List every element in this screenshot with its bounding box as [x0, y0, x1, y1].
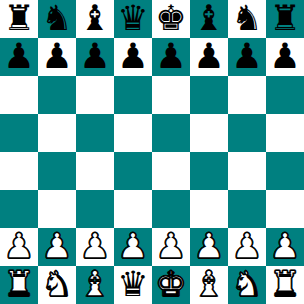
piece-black-pawn[interactable]: ♟: [269, 38, 300, 75]
square-g1[interactable]: ♞: [228, 266, 266, 304]
piece-white-knight[interactable]: ♞: [231, 266, 262, 303]
square-g2[interactable]: ♟: [228, 228, 266, 266]
square-c5[interactable]: [76, 114, 114, 152]
square-c7[interactable]: ♟: [76, 38, 114, 76]
square-e1[interactable]: ♚: [152, 266, 190, 304]
square-d6[interactable]: [114, 76, 152, 114]
square-b6[interactable]: [38, 76, 76, 114]
piece-black-rook[interactable]: ♜: [3, 0, 34, 37]
square-d2[interactable]: ♟: [114, 228, 152, 266]
piece-white-pawn[interactable]: ♟: [155, 228, 186, 265]
square-f6[interactable]: [190, 76, 228, 114]
square-b4[interactable]: [38, 152, 76, 190]
piece-white-pawn[interactable]: ♟: [231, 228, 262, 265]
square-c3[interactable]: [76, 190, 114, 228]
piece-white-pawn[interactable]: ♟: [41, 228, 72, 265]
square-b8[interactable]: ♞: [38, 0, 76, 38]
square-d8[interactable]: ♛: [114, 0, 152, 38]
square-f2[interactable]: ♟: [190, 228, 228, 266]
square-c1[interactable]: ♝: [76, 266, 114, 304]
square-g5[interactable]: [228, 114, 266, 152]
square-b2[interactable]: ♟: [38, 228, 76, 266]
square-g8[interactable]: ♞: [228, 0, 266, 38]
square-h3[interactable]: [266, 190, 304, 228]
square-b1[interactable]: ♞: [38, 266, 76, 304]
square-c2[interactable]: ♟: [76, 228, 114, 266]
piece-black-pawn[interactable]: ♟: [193, 38, 224, 75]
piece-black-pawn[interactable]: ♟: [79, 38, 110, 75]
piece-white-rook[interactable]: ♜: [269, 266, 300, 303]
square-f4[interactable]: [190, 152, 228, 190]
piece-black-queen[interactable]: ♛: [117, 0, 148, 37]
square-b7[interactable]: ♟: [38, 38, 76, 76]
piece-white-bishop[interactable]: ♝: [79, 266, 110, 303]
square-d1[interactable]: ♛: [114, 266, 152, 304]
piece-white-king[interactable]: ♚: [155, 266, 186, 303]
square-a8[interactable]: ♜: [0, 0, 38, 38]
piece-black-king[interactable]: ♚: [155, 0, 186, 37]
piece-white-pawn[interactable]: ♟: [193, 228, 224, 265]
piece-black-rook[interactable]: ♜: [269, 0, 300, 37]
square-d3[interactable]: [114, 190, 152, 228]
square-h8[interactable]: ♜: [266, 0, 304, 38]
piece-white-bishop[interactable]: ♝: [193, 266, 224, 303]
square-h6[interactable]: [266, 76, 304, 114]
square-e6[interactable]: [152, 76, 190, 114]
piece-white-pawn[interactable]: ♟: [3, 228, 34, 265]
piece-black-pawn[interactable]: ♟: [117, 38, 148, 75]
piece-black-knight[interactable]: ♞: [41, 0, 72, 37]
piece-white-pawn[interactable]: ♟: [79, 228, 110, 265]
square-e4[interactable]: [152, 152, 190, 190]
square-d7[interactable]: ♟: [114, 38, 152, 76]
piece-white-rook[interactable]: ♜: [3, 266, 34, 303]
square-a6[interactable]: [0, 76, 38, 114]
piece-white-pawn[interactable]: ♟: [117, 228, 148, 265]
square-h7[interactable]: ♟: [266, 38, 304, 76]
piece-black-knight[interactable]: ♞: [231, 0, 262, 37]
square-f8[interactable]: ♝: [190, 0, 228, 38]
square-a4[interactable]: [0, 152, 38, 190]
square-e2[interactable]: ♟: [152, 228, 190, 266]
square-b5[interactable]: [38, 114, 76, 152]
square-h4[interactable]: [266, 152, 304, 190]
square-e7[interactable]: ♟: [152, 38, 190, 76]
square-f3[interactable]: [190, 190, 228, 228]
piece-black-pawn[interactable]: ♟: [3, 38, 34, 75]
square-h1[interactable]: ♜: [266, 266, 304, 304]
piece-black-pawn[interactable]: ♟: [41, 38, 72, 75]
piece-white-knight[interactable]: ♞: [41, 266, 72, 303]
square-c8[interactable]: ♝: [76, 0, 114, 38]
square-f1[interactable]: ♝: [190, 266, 228, 304]
chess-board: ♜♞♝♛♚♝♞♜♟♟♟♟♟♟♟♟♟♟♟♟♟♟♟♟♜♞♝♛♚♝♞♜: [0, 0, 304, 304]
piece-black-queen[interactable]: ♛: [117, 266, 148, 303]
square-e8[interactable]: ♚: [152, 0, 190, 38]
square-a7[interactable]: ♟: [0, 38, 38, 76]
square-a1[interactable]: ♜: [0, 266, 38, 304]
square-a2[interactable]: ♟: [0, 228, 38, 266]
piece-black-pawn[interactable]: ♟: [155, 38, 186, 75]
square-f5[interactable]: [190, 114, 228, 152]
square-a3[interactable]: [0, 190, 38, 228]
square-b3[interactable]: [38, 190, 76, 228]
square-g6[interactable]: [228, 76, 266, 114]
square-g7[interactable]: ♟: [228, 38, 266, 76]
square-c6[interactable]: [76, 76, 114, 114]
square-c4[interactable]: [76, 152, 114, 190]
square-e3[interactable]: [152, 190, 190, 228]
piece-black-bishop[interactable]: ♝: [193, 0, 224, 37]
square-d5[interactable]: [114, 114, 152, 152]
square-f7[interactable]: ♟: [190, 38, 228, 76]
square-a5[interactable]: [0, 114, 38, 152]
square-g4[interactable]: [228, 152, 266, 190]
square-d4[interactable]: [114, 152, 152, 190]
square-h5[interactable]: [266, 114, 304, 152]
square-h2[interactable]: ♟: [266, 228, 304, 266]
piece-black-bishop[interactable]: ♝: [79, 0, 110, 37]
square-g3[interactable]: [228, 190, 266, 228]
piece-white-pawn[interactable]: ♟: [269, 228, 300, 265]
piece-black-pawn[interactable]: ♟: [231, 38, 262, 75]
square-e5[interactable]: [152, 114, 190, 152]
